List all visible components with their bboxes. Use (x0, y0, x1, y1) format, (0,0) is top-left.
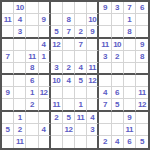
given-digit: 3 (103, 52, 107, 61)
given-digit: 10 (16, 3, 24, 12)
cell-r7c11[interactable] (124, 75, 136, 87)
cell-r11c8[interactable]: 3 (87, 124, 99, 136)
cell-r8c8[interactable] (87, 87, 99, 99)
given-digit: 2 (18, 125, 22, 134)
given-digit: 1 (127, 15, 131, 24)
cell-r10c11[interactable]: 9 (124, 112, 136, 124)
cell-r9c5[interactable]: 11 (51, 99, 63, 111)
cell-r8c7[interactable] (75, 87, 87, 99)
cell-r12c4[interactable] (39, 136, 51, 148)
cell-r3c3[interactable] (26, 26, 38, 38)
cell-r5c6[interactable] (63, 51, 75, 63)
cell-r1c10[interactable]: 3 (112, 2, 124, 14)
given-digit: 2 (54, 113, 58, 122)
cell-r3c10[interactable] (112, 26, 124, 38)
cell-r11c9[interactable] (99, 124, 111, 136)
cell-r7c7[interactable]: 5 (75, 75, 87, 87)
cell-r5c1[interactable]: 7 (2, 51, 14, 63)
given-digit: 4 (115, 137, 119, 146)
cell-r11c5[interactable] (51, 124, 63, 136)
cell-r11c1[interactable]: 5 (2, 124, 14, 136)
cell-r7c5[interactable]: 10 (51, 75, 63, 87)
given-digit: 11 (16, 137, 23, 146)
cell-r2c11[interactable]: 1 (124, 14, 136, 26)
given-digit: 12 (40, 88, 48, 97)
cell-r2c12[interactable] (136, 14, 148, 26)
given-digit: 7 (103, 100, 107, 109)
given-digit: 7 (66, 27, 70, 36)
given-digit: 10 (113, 40, 121, 49)
given-digit: 10 (52, 76, 60, 85)
given-digit: 8 (140, 52, 144, 61)
given-digit: 4 (18, 15, 22, 24)
given-digit: 6 (30, 76, 34, 85)
cell-r5c11[interactable] (124, 51, 136, 63)
given-digit: 8 (30, 63, 34, 72)
given-digit: 10 (88, 15, 96, 24)
cell-r12c8[interactable] (87, 136, 99, 148)
cell-r4c11[interactable] (124, 39, 136, 51)
cell-r8c10[interactable]: 6 (112, 87, 124, 99)
cell-r12c5[interactable] (51, 136, 63, 148)
cell-r12c9[interactable]: 2 (99, 136, 111, 148)
given-digit: 1 (42, 52, 46, 61)
cell-r6c7[interactable]: 4 (75, 63, 87, 75)
cell-r2c10[interactable] (112, 14, 124, 26)
given-digit: 8 (66, 15, 70, 24)
cell-r12c3[interactable] (26, 136, 38, 148)
given-digit: 12 (64, 125, 72, 134)
cell-r9c1[interactable] (2, 99, 14, 111)
cell-r4c1[interactable] (2, 39, 14, 51)
cell-r2c3[interactable] (26, 14, 38, 26)
cell-r11c3[interactable] (26, 124, 38, 136)
cell-r12c7[interactable] (75, 136, 87, 148)
cell-r7c2[interactable] (14, 75, 26, 87)
cell-r7c1[interactable] (2, 75, 14, 87)
cell-r2c2[interactable]: 4 (14, 14, 26, 26)
cell-r11c12[interactable] (136, 124, 148, 136)
cell-r12c12[interactable]: 5 (136, 136, 148, 148)
cell-r3c6[interactable]: 7 (63, 26, 75, 38)
given-digit: 9 (140, 40, 144, 49)
cell-r11c11[interactable]: 11 (124, 124, 136, 136)
given-digit: 2 (30, 100, 34, 109)
given-digit: 1 (30, 88, 34, 97)
given-digit: 11 (53, 100, 60, 109)
given-digit: 11 (4, 15, 11, 24)
given-digit: 3 (90, 125, 94, 134)
cell-r10c1[interactable] (2, 112, 14, 124)
given-digit: 4 (42, 40, 46, 49)
given-digit: 6 (115, 88, 119, 97)
cell-r6c3[interactable]: 8 (26, 63, 38, 75)
given-digit: 11 (138, 88, 145, 97)
given-digit: 11 (101, 40, 108, 49)
cell-r6c10[interactable] (112, 63, 124, 75)
cell-r5c9[interactable]: 3 (99, 51, 111, 63)
given-digit: 9 (42, 15, 46, 24)
cell-r12c1[interactable] (2, 136, 14, 148)
given-digit: 11 (28, 52, 35, 61)
cell-r7c3[interactable]: 6 (26, 75, 38, 87)
cell-r9c12[interactable]: 12 (136, 99, 148, 111)
given-digit: 3 (54, 63, 58, 72)
cell-r8c2[interactable] (14, 87, 26, 99)
cell-r9c11[interactable] (124, 99, 136, 111)
cell-r10c4[interactable] (39, 112, 51, 124)
cell-r3c11[interactable]: 8 (124, 26, 136, 38)
given-digit: 12 (88, 76, 96, 85)
cell-r7c9[interactable] (99, 75, 111, 87)
cell-r3c2[interactable]: 3 (14, 26, 26, 38)
given-digit: 2 (79, 27, 83, 36)
cell-r2c1[interactable]: 11 (2, 14, 14, 26)
cell-r9c10[interactable]: 5 (112, 99, 124, 111)
cell-r1c7[interactable] (75, 2, 87, 14)
cell-r1c11[interactable]: 7 (124, 2, 136, 14)
cell-r6c8[interactable]: 11 (87, 63, 99, 75)
given-digit: 11 (89, 63, 96, 72)
cell-r4c10[interactable]: 10 (112, 39, 124, 51)
cell-r7c12[interactable] (136, 75, 148, 87)
cell-r10c7[interactable]: 11 (75, 112, 87, 124)
cell-r5c4[interactable]: 1 (39, 51, 51, 63)
given-digit: 4 (42, 125, 46, 134)
cell-r4c6[interactable] (63, 39, 75, 51)
given-digit: 1 (18, 113, 22, 122)
cell-r12c10[interactable]: 4 (112, 136, 124, 148)
given-digit: 2 (103, 137, 107, 146)
given-digit: 8 (127, 27, 131, 36)
cell-r10c10[interactable] (112, 112, 124, 124)
cell-r8c6[interactable] (63, 87, 75, 99)
given-digit: 1 (79, 100, 83, 109)
given-digit: 2 (66, 63, 70, 72)
cell-r1c8[interactable] (87, 2, 99, 14)
cell-r3c4[interactable] (39, 26, 51, 38)
cell-r12c11[interactable]: 6 (124, 136, 136, 148)
cell-r6c5[interactable]: 3 (51, 63, 63, 75)
cell-r1c6[interactable] (63, 2, 75, 14)
cell-r3c9[interactable] (99, 26, 111, 38)
given-digit: 4 (90, 113, 94, 122)
given-digit: 9 (90, 27, 94, 36)
given-digit: 5 (66, 113, 70, 122)
cell-r9c2[interactable] (14, 99, 26, 111)
cell-r1c5[interactable] (51, 2, 63, 14)
cell-r5c10[interactable]: 2 (112, 51, 124, 63)
given-digit: 9 (127, 113, 131, 122)
cell-r5c3[interactable]: 11 (26, 51, 38, 63)
cell-r9c7[interactable]: 1 (75, 99, 87, 111)
cell-r5c5[interactable] (51, 51, 63, 63)
cell-r2c7[interactable] (75, 14, 87, 26)
cell-r2c4[interactable]: 9 (39, 14, 51, 26)
cell-r6c4[interactable] (39, 63, 51, 75)
cell-r9c6[interactable] (63, 99, 75, 111)
cell-r10c6[interactable]: 5 (63, 112, 75, 124)
cell-r3c12[interactable] (136, 26, 148, 38)
given-digit: 11 (77, 113, 84, 122)
given-digit: 6 (127, 137, 131, 146)
cell-r2c9[interactable] (99, 14, 111, 26)
cell-r12c2[interactable]: 11 (14, 136, 26, 148)
cell-r6c1[interactable] (2, 63, 14, 75)
cell-r7c4[interactable] (39, 75, 51, 87)
cell-r1c3[interactable] (26, 2, 38, 14)
cell-r10c9[interactable] (99, 112, 111, 124)
given-digit: 5 (79, 76, 83, 85)
cell-r11c2[interactable]: 2 (14, 124, 26, 136)
cell-r1c1[interactable] (2, 2, 14, 14)
given-digit: 5 (54, 27, 58, 36)
cell-r3c1[interactable] (2, 26, 14, 38)
cell-r1c4[interactable] (39, 2, 51, 14)
given-digit: 7 (79, 40, 83, 49)
cell-r9c4[interactable] (39, 99, 51, 111)
cell-r5c7[interactable] (75, 51, 87, 63)
given-digit: 7 (127, 3, 131, 12)
cell-r4c8[interactable] (87, 39, 99, 51)
given-digit: 7 (6, 52, 10, 61)
cell-r6c2[interactable] (14, 63, 26, 75)
cell-r7c6[interactable]: 4 (63, 75, 75, 87)
cell-r1c12[interactable]: 6 (136, 2, 148, 14)
cell-r10c2[interactable]: 1 (14, 112, 26, 124)
cell-r10c5[interactable]: 2 (51, 112, 63, 124)
given-digit: 11 (126, 125, 133, 134)
given-digit: 9 (6, 88, 10, 97)
cell-r6c11[interactable] (124, 63, 136, 75)
cell-r2c5[interactable] (51, 14, 63, 26)
cell-r8c11[interactable] (124, 87, 136, 99)
cell-r4c4[interactable]: 4 (39, 39, 51, 51)
given-digit: 5 (6, 125, 10, 134)
cell-r8c1[interactable]: 9 (2, 87, 14, 99)
cell-r5c12[interactable]: 8 (136, 51, 148, 63)
given-digit: 2 (115, 52, 119, 61)
cell-r4c2[interactable] (14, 39, 26, 51)
given-digit: 3 (115, 3, 119, 12)
cell-r11c7[interactable] (75, 124, 87, 136)
given-digit: 5 (115, 100, 119, 109)
cell-r10c8[interactable]: 4 (87, 112, 99, 124)
cell-r8c9[interactable]: 4 (99, 87, 111, 99)
given-digit: 4 (79, 63, 83, 72)
given-digit: 6 (140, 3, 144, 12)
cell-r4c3[interactable] (26, 39, 38, 51)
cell-r8c4[interactable]: 12 (39, 87, 51, 99)
given-digit: 3 (18, 27, 22, 36)
sudoku-board: 1093761149810135729841271110971113288324… (0, 0, 150, 150)
cell-r4c12[interactable]: 9 (136, 39, 148, 51)
given-digit: 12 (138, 100, 146, 109)
cell-r4c7[interactable]: 7 (75, 39, 87, 51)
cell-r4c9[interactable]: 11 (99, 39, 111, 51)
cell-r6c12[interactable] (136, 63, 148, 75)
cell-r11c10[interactable] (112, 124, 124, 136)
cell-r9c9[interactable]: 7 (99, 99, 111, 111)
given-digit: 4 (66, 76, 70, 85)
cell-r3c8[interactable]: 9 (87, 26, 99, 38)
given-digit: 5 (140, 137, 144, 146)
cell-r5c2[interactable] (14, 51, 26, 63)
cell-r2c8[interactable]: 10 (87, 14, 99, 26)
cell-r8c12[interactable]: 11 (136, 87, 148, 99)
cell-r1c2[interactable]: 10 (14, 2, 26, 14)
given-digit: 9 (103, 3, 107, 12)
cell-r2c6[interactable]: 8 (63, 14, 75, 26)
cell-r3c5[interactable]: 5 (51, 26, 63, 38)
cell-r6c6[interactable]: 2 (63, 63, 75, 75)
given-digit: 4 (103, 88, 107, 97)
cell-r12c6[interactable] (63, 136, 75, 148)
given-digit: 12 (52, 40, 60, 49)
cell-r8c5[interactable] (51, 87, 63, 99)
cell-r4c5[interactable]: 12 (51, 39, 63, 51)
cell-r11c4[interactable]: 4 (39, 124, 51, 136)
cell-r3c7[interactable]: 2 (75, 26, 87, 38)
cell-r8c3[interactable]: 1 (26, 87, 38, 99)
cell-r9c3[interactable]: 2 (26, 99, 38, 111)
cell-r10c12[interactable] (136, 112, 148, 124)
cell-r7c10[interactable] (112, 75, 124, 87)
cell-r10c3[interactable] (26, 112, 38, 124)
cell-r5c8[interactable] (87, 51, 99, 63)
cell-r1c9[interactable]: 9 (99, 2, 111, 14)
cell-r7c8[interactable]: 12 (87, 75, 99, 87)
cell-r6c9[interactable] (99, 63, 111, 75)
cell-r11c6[interactable]: 12 (63, 124, 75, 136)
cell-r9c8[interactable] (87, 99, 99, 111)
